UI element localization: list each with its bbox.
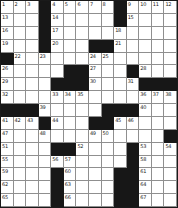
white-cell-r13-c9[interactable] [102, 156, 115, 169]
white-cell-r5-c13[interactable] [152, 53, 165, 66]
white-cell-r8-c3[interactable] [26, 91, 39, 104]
black-cell-r9-c2 [14, 104, 27, 117]
black-cell-r6-c7 [76, 65, 89, 78]
clue-number-20: 20 [52, 40, 58, 46]
white-cell-r2-c7[interactable] [76, 14, 89, 27]
clue-number-1: 1 [2, 1, 5, 7]
black-cell-r4-c9 [102, 40, 115, 53]
clue-number-23: 23 [40, 53, 46, 59]
white-cell-r12-c9[interactable] [102, 143, 115, 156]
white-cell-r15-c4[interactable] [39, 181, 52, 194]
white-cell-r15-c13[interactable] [152, 181, 165, 194]
white-cell-r15-c1[interactable]: 62 [1, 181, 14, 194]
white-cell-r13-c1[interactable]: 55 [1, 156, 14, 169]
clue-number-56: 56 [52, 156, 58, 162]
white-cell-r4-c11[interactable] [127, 40, 140, 53]
white-cell-r11-c9[interactable]: 50 [102, 130, 115, 143]
black-cell-r15-c11 [127, 181, 140, 194]
clue-number-26: 26 [2, 65, 8, 71]
black-cell-r2-c10 [114, 14, 127, 27]
white-cell-r3-c9[interactable] [102, 27, 115, 40]
white-cell-r8-c14[interactable]: 38 [164, 91, 177, 104]
clue-number-49: 49 [90, 130, 96, 136]
white-cell-r15-c6[interactable]: 63 [64, 181, 77, 194]
white-cell-r12-c8[interactable] [89, 143, 102, 156]
white-cell-r16-c3[interactable] [26, 194, 39, 207]
white-cell-r1-c3[interactable]: 3 [26, 1, 39, 14]
white-cell-r11-c8[interactable]: 49 [89, 130, 102, 143]
clue-number-66: 66 [65, 194, 71, 200]
white-cell-r1-c8[interactable]: 7 [89, 1, 102, 14]
white-cell-r1-c12[interactable]: 10 [139, 1, 152, 14]
black-cell-r9-c3 [26, 104, 39, 117]
white-cell-r13-c14[interactable] [164, 156, 177, 169]
clue-number-32: 32 [2, 91, 8, 97]
black-cell-r6-c11 [127, 65, 140, 78]
black-cell-r14-c11 [127, 168, 140, 181]
white-cell-r16-c13[interactable] [152, 194, 165, 207]
white-cell-r7-c1[interactable]: 29 [1, 78, 14, 91]
black-cell-r3-c4 [39, 27, 52, 40]
white-cell-r6-c12[interactable]: 28 [139, 65, 152, 78]
white-cell-r6-c13[interactable] [152, 65, 165, 78]
white-cell-r12-c1[interactable]: 51 [1, 143, 14, 156]
white-cell-r11-c4[interactable]: 48 [39, 130, 52, 143]
white-cell-r15-c9[interactable] [102, 181, 115, 194]
white-cell-r5-c12[interactable] [139, 53, 152, 66]
white-cell-r5-c6[interactable] [64, 53, 77, 66]
white-cell-r16-c2[interactable] [14, 194, 27, 207]
clue-number-29: 29 [2, 78, 8, 84]
white-cell-r3-c7[interactable] [76, 27, 89, 40]
white-cell-r9-c14[interactable] [164, 104, 177, 117]
white-cell-r4-c1[interactable]: 19 [1, 40, 14, 53]
black-cell-r7-c14 [164, 78, 177, 91]
white-cell-r6-c3[interactable] [26, 65, 39, 78]
white-cell-r14-c13[interactable] [152, 168, 165, 181]
white-cell-r8-c13[interactable]: 37 [152, 91, 165, 104]
white-cell-r8-c11[interactable] [127, 91, 140, 104]
white-cell-r4-c2[interactable] [14, 40, 27, 53]
white-cell-r11-c7[interactable] [76, 130, 89, 143]
white-cell-r6-c2[interactable] [14, 65, 27, 78]
white-cell-r13-c10[interactable] [114, 156, 127, 169]
black-cell-r5-c1 [1, 53, 14, 66]
clue-number-59: 59 [2, 168, 8, 174]
black-cell-r4-c8 [89, 40, 102, 53]
white-cell-r2-c8[interactable] [89, 14, 102, 27]
white-cell-r15-c12[interactable]: 64 [139, 181, 152, 194]
clue-number-40: 40 [140, 104, 146, 110]
white-cell-r8-c6[interactable]: 34 [64, 91, 77, 104]
clue-number-24: 24 [90, 53, 96, 59]
white-cell-r9-c8[interactable] [89, 104, 102, 117]
white-cell-r9-c4[interactable]: 39 [39, 104, 52, 117]
white-cell-r7-c2[interactable] [14, 78, 27, 91]
white-cell-r5-c9[interactable]: 25 [102, 53, 115, 66]
white-cell-r14-c12[interactable]: 61 [139, 168, 152, 181]
white-cell-r2-c14[interactable] [164, 14, 177, 27]
white-cell-r10-c3[interactable]: 43 [26, 117, 39, 130]
white-cell-r9-c7[interactable] [76, 104, 89, 117]
white-cell-r2-c11[interactable]: 15 [127, 14, 140, 27]
white-cell-r11-c3[interactable] [26, 130, 39, 143]
black-cell-r7-c6 [64, 78, 77, 91]
clue-number-63: 63 [65, 181, 71, 187]
black-cell-r7-c13 [152, 78, 165, 91]
clue-number-43: 43 [27, 117, 33, 123]
white-cell-r5-c7[interactable] [76, 53, 89, 66]
clue-number-11: 11 [153, 1, 159, 7]
white-cell-r3-c8[interactable] [89, 27, 102, 40]
clue-number-15: 15 [128, 14, 134, 20]
white-cell-r5-c10[interactable] [114, 53, 127, 66]
black-cell-r12-c6 [64, 143, 77, 156]
white-cell-r7-c8[interactable]: 30 [89, 78, 102, 91]
clue-number-41: 41 [2, 117, 8, 123]
black-cell-r15-c5 [51, 181, 64, 194]
white-cell-r14-c7[interactable] [76, 168, 89, 181]
white-cell-r14-c8[interactable] [89, 168, 102, 181]
white-cell-r11-c5[interactable] [51, 130, 64, 143]
clue-number-44: 44 [52, 117, 58, 123]
white-cell-r8-c12[interactable]: 36 [139, 91, 152, 104]
black-cell-r16-c5 [51, 194, 64, 207]
white-cell-r1-c1[interactable]: 1 [1, 1, 14, 14]
white-cell-r13-c6[interactable]: 57 [64, 156, 77, 169]
white-cell-r6-c10[interactable] [114, 65, 127, 78]
white-cell-r2-c1[interactable]: 13 [1, 14, 14, 27]
white-cell-r3-c6[interactable] [64, 27, 77, 40]
clue-number-10: 10 [140, 1, 146, 7]
clue-number-14: 14 [52, 14, 58, 20]
black-cell-r7-c7 [76, 78, 89, 91]
white-cell-r15-c8[interactable] [89, 181, 102, 194]
white-cell-r16-c4[interactable] [39, 194, 52, 207]
white-cell-r5-c3[interactable] [26, 53, 39, 66]
white-cell-r10-c13[interactable] [152, 117, 165, 130]
white-cell-r7-c9[interactable] [102, 78, 115, 91]
white-cell-r4-c5[interactable]: 20 [51, 40, 64, 53]
white-cell-r15-c2[interactable] [14, 181, 27, 194]
white-cell-r1-c7[interactable]: 6 [76, 1, 89, 14]
white-cell-r3-c13[interactable] [152, 27, 165, 40]
white-cell-r13-c2[interactable] [14, 156, 27, 169]
white-cell-r1-c2[interactable]: 2 [14, 1, 27, 14]
white-cell-r14-c2[interactable] [14, 168, 27, 181]
white-cell-r14-c6[interactable]: 60 [64, 168, 77, 181]
clue-number-42: 42 [15, 117, 21, 123]
black-cell-r9-c1 [1, 104, 14, 117]
white-cell-r11-c13[interactable] [152, 130, 165, 143]
white-cell-r11-c11[interactable] [127, 130, 140, 143]
clue-number-65: 65 [2, 194, 8, 200]
white-cell-r14-c1[interactable]: 59 [1, 168, 14, 181]
black-cell-r9-c9 [102, 104, 115, 117]
white-cell-r5-c5[interactable] [51, 53, 64, 66]
white-cell-r6-c8[interactable]: 27 [89, 65, 102, 78]
white-cell-r9-c5[interactable] [51, 104, 64, 117]
clue-number-62: 62 [2, 181, 8, 187]
white-cell-r10-c6[interactable] [64, 117, 77, 130]
white-cell-r2-c3[interactable] [26, 14, 39, 27]
clue-number-53: 53 [140, 143, 146, 149]
white-cell-r7-c11[interactable]: 31 [127, 78, 140, 91]
clue-number-57: 57 [65, 156, 71, 162]
clue-number-46: 46 [128, 117, 134, 123]
white-cell-r1-c11[interactable]: 9 [127, 1, 140, 14]
white-cell-r8-c5[interactable]: 33 [51, 91, 64, 104]
clue-number-36: 36 [140, 91, 146, 97]
white-cell-r4-c7[interactable] [76, 40, 89, 53]
white-cell-r10-c10[interactable]: 45 [114, 117, 127, 130]
white-cell-r12-c7[interactable]: 52 [76, 143, 89, 156]
white-cell-r15-c7[interactable] [76, 181, 89, 194]
white-cell-r3-c3[interactable] [26, 27, 39, 40]
white-cell-r4-c13[interactable] [152, 40, 165, 53]
white-cell-r10-c11[interactable]: 46 [127, 117, 140, 130]
white-cell-r16-c6[interactable]: 66 [64, 194, 77, 207]
black-cell-r9-c10 [114, 104, 127, 117]
white-cell-r12-c4[interactable] [39, 143, 52, 156]
white-cell-r2-c6[interactable] [64, 14, 77, 27]
white-cell-r6-c1[interactable]: 26 [1, 65, 14, 78]
clue-number-35: 35 [77, 91, 83, 97]
white-cell-r1-c5[interactable]: 4 [51, 1, 64, 14]
white-cell-r1-c9[interactable]: 8 [102, 1, 115, 14]
clue-number-58: 58 [140, 156, 146, 162]
white-cell-r8-c4[interactable] [39, 91, 52, 104]
white-cell-r3-c14[interactable] [164, 27, 177, 40]
white-cell-r5-c4[interactable]: 23 [39, 53, 52, 66]
white-cell-r4-c14[interactable] [164, 40, 177, 53]
black-cell-r7-c12 [139, 78, 152, 91]
clue-number-33: 33 [52, 91, 58, 97]
white-cell-r16-c7[interactable] [76, 194, 89, 207]
white-cell-r14-c3[interactable] [26, 168, 39, 181]
black-cell-r15-c10 [114, 181, 127, 194]
white-cell-r14-c4[interactable] [39, 168, 52, 181]
white-cell-r12-c14[interactable]: 54 [164, 143, 177, 156]
clue-number-31: 31 [128, 78, 134, 84]
white-cell-r11-c12[interactable] [139, 130, 152, 143]
black-cell-r4-c4 [39, 40, 52, 53]
black-cell-r10-c4 [39, 117, 52, 130]
white-cell-r4-c6[interactable] [64, 40, 77, 53]
clue-number-12: 12 [165, 1, 171, 7]
white-cell-r3-c12[interactable] [139, 27, 152, 40]
white-cell-r12-c2[interactable] [14, 143, 27, 156]
clue-number-54: 54 [165, 143, 171, 149]
clue-number-55: 55 [2, 156, 8, 162]
white-cell-r14-c14[interactable] [164, 168, 177, 181]
clue-number-50: 50 [103, 130, 109, 136]
clue-number-60: 60 [65, 168, 71, 174]
clue-number-13: 13 [2, 14, 8, 20]
clue-number-30: 30 [90, 78, 96, 84]
clue-number-19: 19 [2, 40, 8, 46]
white-cell-r10-c1[interactable]: 41 [1, 117, 14, 130]
white-cell-r11-c1[interactable]: 47 [1, 130, 14, 143]
black-cell-r1-c4 [39, 1, 52, 14]
white-cell-r13-c3[interactable] [26, 156, 39, 169]
white-cell-r3-c10[interactable]: 18 [114, 27, 127, 40]
clue-number-28: 28 [140, 65, 146, 71]
white-cell-r2-c2[interactable] [14, 14, 27, 27]
clue-number-8: 8 [103, 1, 106, 7]
white-cell-r12-c12[interactable]: 53 [139, 143, 152, 156]
white-cell-r10-c5[interactable]: 44 [51, 117, 64, 130]
white-cell-r3-c1[interactable]: 16 [1, 27, 14, 40]
white-cell-r16-c12[interactable]: 67 [139, 194, 152, 207]
clue-number-17: 17 [52, 27, 58, 33]
black-cell-r2-c4 [39, 14, 52, 27]
clue-number-9: 9 [128, 1, 131, 7]
clue-number-2: 2 [15, 1, 18, 7]
white-cell-r2-c5[interactable]: 14 [51, 14, 64, 27]
clue-number-45: 45 [115, 117, 121, 123]
black-cell-r11-c14 [164, 130, 177, 143]
white-cell-r2-c12[interactable] [139, 14, 152, 27]
crossword-board: 1234567891011121314151617181920212223242… [0, 0, 178, 208]
white-cell-r9-c6[interactable] [64, 104, 77, 117]
white-cell-r16-c8[interactable] [89, 194, 102, 207]
white-cell-r6-c4[interactable] [39, 65, 52, 78]
black-cell-r7-c5 [51, 78, 64, 91]
white-cell-r3-c5[interactable]: 17 [51, 27, 64, 40]
white-cell-r15-c14[interactable] [164, 181, 177, 194]
white-cell-r5-c2[interactable]: 22 [14, 53, 27, 66]
white-cell-r8-c2[interactable] [14, 91, 27, 104]
white-cell-r8-c9[interactable] [102, 91, 115, 104]
clue-number-5: 5 [65, 1, 68, 7]
white-cell-r11-c6[interactable] [64, 130, 77, 143]
white-cell-r11-c10[interactable] [114, 130, 127, 143]
white-cell-r15-c3[interactable] [26, 181, 39, 194]
white-cell-r8-c1[interactable]: 32 [1, 91, 14, 104]
white-cell-r7-c4[interactable] [39, 78, 52, 91]
white-cell-r6-c5[interactable] [51, 65, 64, 78]
black-cell-r10-c8 [89, 117, 102, 130]
clue-number-18: 18 [115, 27, 121, 33]
black-cell-r10-c9 [102, 117, 115, 130]
white-cell-r1-c6[interactable]: 5 [64, 1, 77, 14]
white-cell-r13-c4[interactable] [39, 156, 52, 169]
white-cell-r16-c1[interactable]: 65 [1, 194, 14, 207]
clue-number-37: 37 [153, 91, 159, 97]
clue-number-67: 67 [140, 194, 146, 200]
white-cell-r5-c11[interactable] [127, 53, 140, 66]
white-cell-r12-c10[interactable] [114, 143, 127, 156]
white-cell-r8-c10[interactable] [114, 91, 127, 104]
white-cell-r6-c9[interactable] [102, 65, 115, 78]
white-cell-r1-c14[interactable]: 12 [164, 1, 177, 14]
white-cell-r14-c9[interactable] [102, 168, 115, 181]
black-cell-r16-c10 [114, 194, 127, 207]
white-cell-r13-c12[interactable]: 58 [139, 156, 152, 169]
white-cell-r16-c9[interactable] [102, 194, 115, 207]
white-cell-r10-c14[interactable] [164, 117, 177, 130]
clue-number-3: 3 [27, 1, 30, 7]
white-cell-r1-c13[interactable]: 11 [152, 1, 165, 14]
black-cell-r14-c10 [114, 168, 127, 181]
white-cell-r3-c11[interactable] [127, 27, 140, 40]
white-cell-r2-c13[interactable] [152, 14, 165, 27]
white-cell-r3-c2[interactable] [14, 27, 27, 40]
white-cell-r7-c3[interactable] [26, 78, 39, 91]
white-cell-r4-c10[interactable]: 21 [114, 40, 127, 53]
clue-number-47: 47 [2, 130, 8, 136]
white-cell-r2-c9[interactable] [102, 14, 115, 27]
white-cell-r7-c10[interactable] [114, 78, 127, 91]
clue-number-6: 6 [77, 1, 80, 7]
white-cell-r10-c7[interactable] [76, 117, 89, 130]
white-cell-r8-c8[interactable] [89, 91, 102, 104]
white-cell-r9-c12[interactable]: 40 [139, 104, 152, 117]
clue-number-25: 25 [103, 53, 109, 59]
white-cell-r6-c14[interactable] [164, 65, 177, 78]
clue-number-51: 51 [2, 143, 8, 149]
white-cell-r13-c13[interactable] [152, 156, 165, 169]
clue-number-52: 52 [77, 143, 83, 149]
black-cell-r6-c6 [64, 65, 77, 78]
white-cell-r12-c13[interactable] [152, 143, 165, 156]
crossword-grid: 1234567891011121314151617181920212223242… [0, 0, 178, 208]
clue-number-7: 7 [90, 1, 93, 7]
white-cell-r5-c14[interactable] [164, 53, 177, 66]
white-cell-r11-c2[interactable] [14, 130, 27, 143]
clue-number-27: 27 [90, 65, 96, 71]
white-cell-r10-c2[interactable]: 42 [14, 117, 27, 130]
black-cell-r12-c11 [127, 143, 140, 156]
clue-number-39: 39 [40, 104, 46, 110]
white-cell-r5-c8[interactable]: 24 [89, 53, 102, 66]
black-cell-r16-c11 [127, 194, 140, 207]
black-cell-r1-c10 [114, 1, 127, 14]
white-cell-r10-c12[interactable] [139, 117, 152, 130]
clue-number-61: 61 [140, 168, 146, 174]
white-cell-r8-c7[interactable]: 35 [76, 91, 89, 104]
white-cell-r12-c3[interactable] [26, 143, 39, 156]
white-cell-r16-c14[interactable] [164, 194, 177, 207]
black-cell-r13-c11 [127, 156, 140, 169]
black-cell-r12-c5 [51, 143, 64, 156]
black-cell-r9-c11 [127, 104, 140, 117]
clue-number-21: 21 [115, 40, 121, 46]
white-cell-r13-c5[interactable]: 56 [51, 156, 64, 169]
white-cell-r4-c3[interactable] [26, 40, 39, 53]
white-cell-r13-c8[interactable] [89, 156, 102, 169]
clue-number-4: 4 [52, 1, 55, 7]
white-cell-r9-c13[interactable] [152, 104, 165, 117]
white-cell-r4-c12[interactable] [139, 40, 152, 53]
white-cell-r13-c7[interactable] [76, 156, 89, 169]
clue-number-64: 64 [140, 181, 146, 187]
clue-number-48: 48 [40, 130, 46, 136]
clue-number-38: 38 [165, 91, 171, 97]
clue-number-16: 16 [2, 27, 8, 33]
black-cell-r14-c5 [51, 168, 64, 181]
clue-number-34: 34 [65, 91, 71, 97]
clue-number-22: 22 [15, 53, 21, 59]
